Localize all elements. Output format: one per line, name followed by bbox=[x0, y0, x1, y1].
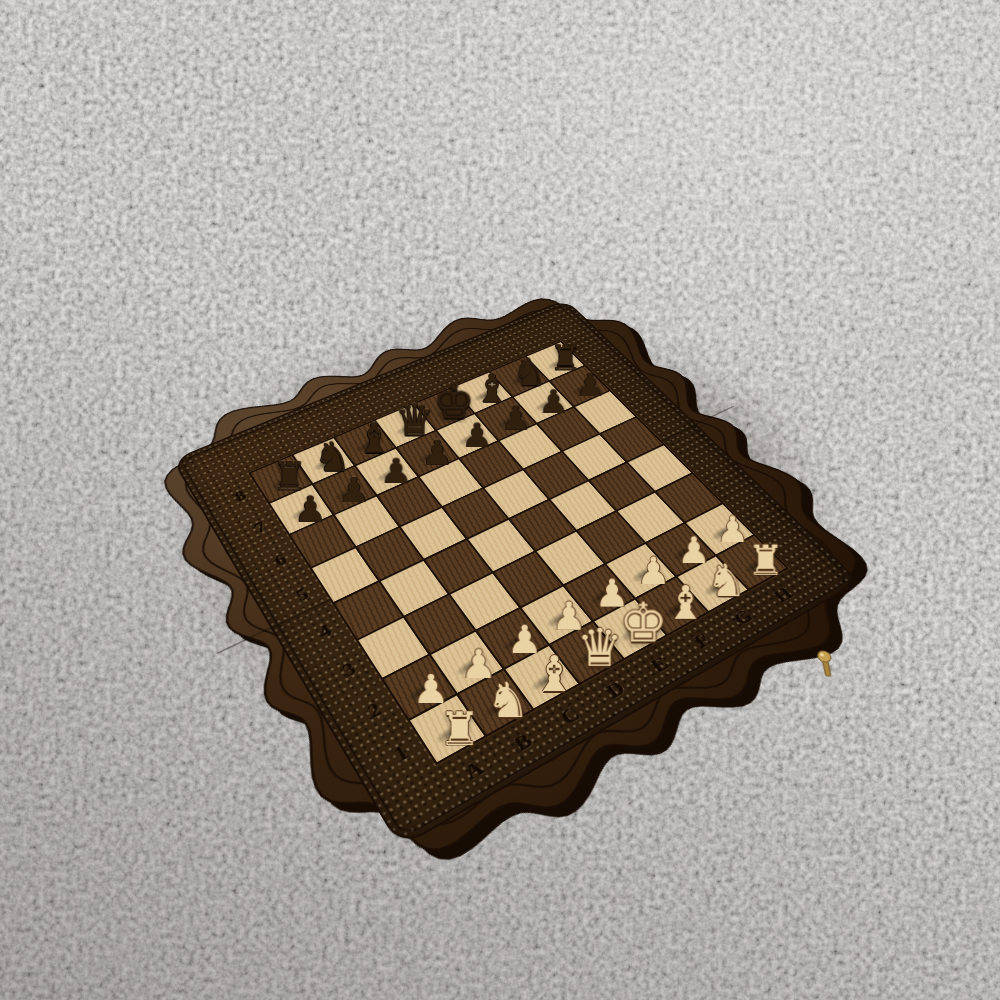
piece-white-knight-b1[interactable]: ♞ bbox=[480, 668, 536, 724]
scene: 12345678ABCDEFGH♜♞♝♛♚♝♞♜♟♟♟♟♟♟♟♟♟♟♟♟♟♟♟♟… bbox=[0, 0, 1000, 1000]
piece-black-pawn-c7[interactable]: ♟ bbox=[373, 441, 420, 488]
piece-black-pawn-b7[interactable]: ♟ bbox=[330, 459, 378, 507]
piece-black-pawn-d7[interactable]: ♟ bbox=[414, 423, 461, 470]
piece-white-rook-a1[interactable]: ♜ bbox=[431, 694, 488, 751]
brass-latch-icon[interactable] bbox=[817, 651, 835, 676]
piece-black-pawn-e7[interactable]: ♟ bbox=[454, 405, 500, 451]
piece-black-pawn-a7[interactable]: ♟ bbox=[286, 478, 335, 527]
